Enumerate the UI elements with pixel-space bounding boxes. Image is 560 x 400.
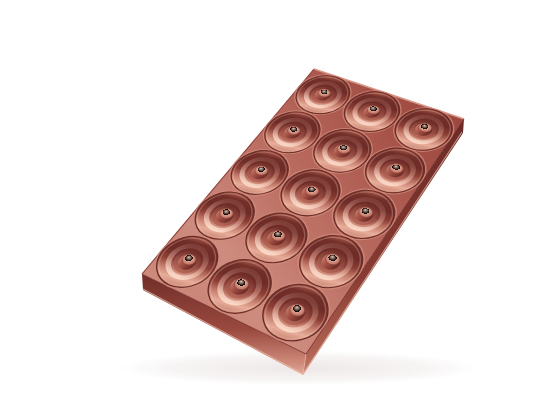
product-photo: 15-cavity donut mold baking tray [0, 0, 560, 400]
donut-pan-photo-canvas: 15-cavity donut mold baking tray [0, 0, 560, 400]
